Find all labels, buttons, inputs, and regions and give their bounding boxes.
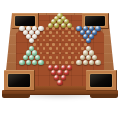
empty-hole: [33, 43, 36, 46]
empty-hole: [49, 56, 52, 59]
empty-hole: [71, 43, 74, 46]
empty-hole: [56, 56, 59, 59]
empty-hole: [75, 56, 78, 59]
empty-hole: [62, 39, 65, 42]
empty-hole: [68, 47, 71, 50]
empty-hole: [71, 52, 74, 55]
product-photo-scene: [0, 0, 120, 120]
empty-hole: [59, 35, 62, 38]
empty-hole: [75, 47, 78, 50]
board-foot-left: [2, 94, 30, 99]
empty-hole: [78, 52, 81, 55]
empty-hole: [56, 39, 59, 42]
board-foot-right: [90, 94, 118, 99]
empty-hole: [65, 52, 68, 55]
empty-hole: [62, 47, 65, 50]
empty-hole: [52, 52, 55, 55]
empty-hole: [43, 47, 46, 50]
empty-hole: [68, 39, 71, 42]
empty-hole: [52, 35, 55, 38]
empty-hole: [78, 35, 81, 38]
empty-hole: [52, 43, 55, 46]
empty-hole: [84, 43, 87, 46]
marble-red: [57, 80, 62, 85]
cell-r17-c1[interactable]: [57, 80, 63, 85]
empty-hole: [46, 52, 49, 55]
empty-hole: [43, 56, 46, 59]
base-underside-shadow: [30, 94, 90, 96]
empty-hole: [81, 39, 84, 42]
empty-hole: [65, 43, 68, 46]
empty-hole: [71, 35, 74, 38]
empty-hole: [49, 47, 52, 50]
empty-hole: [65, 35, 68, 38]
empty-hole: [46, 35, 49, 38]
empty-hole: [59, 52, 62, 55]
empty-hole: [52, 61, 55, 64]
empty-hole: [40, 43, 43, 46]
empty-hole: [59, 43, 62, 46]
empty-hole: [46, 61, 49, 64]
empty-hole: [43, 39, 46, 42]
empty-hole: [78, 43, 81, 46]
empty-hole: [46, 43, 49, 46]
empty-hole: [68, 56, 71, 59]
empty-hole: [56, 47, 59, 50]
empty-hole: [81, 47, 84, 50]
empty-hole: [40, 35, 43, 38]
empty-hole: [37, 47, 40, 50]
empty-hole: [37, 39, 40, 42]
empty-hole: [40, 52, 43, 55]
board-grid: [0, 14, 120, 85]
empty-hole: [65, 61, 68, 64]
empty-hole: [49, 39, 52, 42]
empty-hole: [62, 56, 65, 59]
empty-hole: [71, 61, 74, 64]
empty-hole: [59, 61, 62, 64]
empty-hole: [75, 39, 78, 42]
board-row-17: [0, 80, 120, 85]
